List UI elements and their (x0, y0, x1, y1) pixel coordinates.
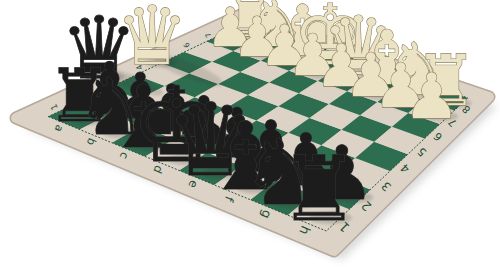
chess-board-photo-canvas: aabbccddeeffgghh1122334455667788♜♞♟♝♟♛♚♟… (0, 0, 500, 267)
piece-white-pawn-h7: ♟ (403, 60, 459, 133)
chess-set-product-photo: aabbccddeeffgghh1122334455667788♜♞♟♝♟♛♚♟… (0, 0, 500, 267)
piece-black-rook-h1: ♜ (279, 137, 359, 241)
